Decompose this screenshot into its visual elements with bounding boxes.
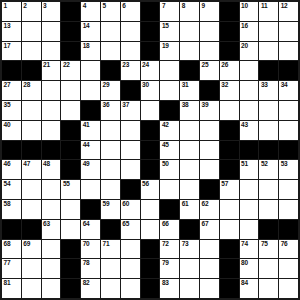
clue-number: 25 [201,61,208,69]
white-square[interactable]: 20 [240,42,259,61]
white-square[interactable] [259,279,278,298]
clue-number: 46 [4,160,11,168]
white-square[interactable]: 42 [160,121,179,140]
white-square[interactable] [121,121,140,140]
white-square[interactable] [220,220,239,239]
white-square[interactable] [200,279,219,298]
white-square[interactable] [121,141,140,160]
white-square[interactable]: 23 [121,61,140,80]
white-square[interactable]: 75 [259,240,278,259]
white-square[interactable] [259,259,278,278]
clue-number: 20 [241,42,248,50]
black-square [220,42,239,61]
white-square[interactable] [220,200,239,219]
clue-number: 23 [122,61,129,69]
white-square[interactable]: 8 [180,2,199,21]
black-square [141,259,160,278]
black-square [22,141,41,160]
clue-number: 3 [43,2,46,10]
white-square[interactable]: 55 [61,180,80,199]
white-square[interactable] [42,22,61,41]
clue-number: 60 [122,200,129,208]
white-square[interactable]: 3 [42,2,61,21]
clue-number: 71 [102,240,109,248]
white-square[interactable] [121,160,140,179]
black-square [200,81,219,100]
white-square[interactable]: 44 [81,141,100,160]
white-square[interactable] [180,42,199,61]
black-square [81,101,100,120]
clue-number: 50 [162,160,169,168]
white-square[interactable] [200,22,219,41]
clue-number: 51 [241,160,248,168]
white-square[interactable]: 28 [22,81,41,100]
white-square[interactable] [121,259,140,278]
clue-number: 31 [182,81,189,89]
clue-number: 8 [182,2,185,10]
crossword-board: 1234567891011121314151617181920212223242… [0,0,300,300]
white-square[interactable]: 4 [81,2,100,21]
white-square[interactable]: 81 [2,279,21,298]
clue-number: 74 [241,240,248,248]
black-square [220,279,239,298]
white-square[interactable] [180,141,199,160]
black-square [61,141,80,160]
white-square[interactable] [22,22,41,41]
white-square[interactable] [259,200,278,219]
black-square [180,61,199,80]
white-square[interactable]: 76 [279,240,298,259]
white-square[interactable] [121,42,140,61]
black-square [2,141,21,160]
black-square [279,141,298,160]
white-square[interactable]: 74 [240,240,259,259]
clue-number: 7 [162,2,165,10]
black-square [22,61,41,80]
white-square[interactable]: 73 [180,240,199,259]
white-square[interactable] [22,121,41,140]
white-square[interactable] [279,180,298,199]
white-square[interactable]: 18 [81,42,100,61]
white-square[interactable] [42,180,61,199]
clue-number: 70 [83,240,90,248]
clue-number: 59 [102,200,109,208]
white-square[interactable]: 24 [141,61,160,80]
white-square[interactable] [160,61,179,80]
black-square [101,220,120,239]
clue-number: 44 [83,141,90,149]
black-square [220,22,239,41]
white-square[interactable]: 25 [200,61,219,80]
white-square[interactable]: 67 [200,220,219,239]
white-square[interactable] [259,180,278,199]
white-square[interactable] [42,101,61,120]
black-square [61,121,80,140]
white-square[interactable] [121,279,140,298]
clue-number: 80 [241,259,248,267]
white-square[interactable]: 41 [81,121,100,140]
clue-number: 10 [241,2,248,10]
white-square[interactable]: 56 [141,180,160,199]
clue-number: 56 [142,180,149,188]
black-square [61,160,80,179]
black-square [160,200,179,219]
white-square[interactable]: 22 [61,61,80,80]
clue-number: 6 [122,2,125,10]
white-square[interactable]: 43 [240,121,259,140]
white-square[interactable]: 59 [101,200,120,219]
white-square[interactable]: 77 [2,259,21,278]
white-square[interactable] [200,42,219,61]
black-square [141,240,160,259]
clue-number: 49 [83,160,90,168]
clue-number: 2 [23,2,26,10]
black-square [61,42,80,61]
white-square[interactable]: 1 [2,2,21,21]
black-square [61,22,80,41]
clue-number: 17 [4,42,11,50]
white-square[interactable]: 16 [240,22,259,41]
white-square[interactable] [42,279,61,298]
black-square [101,61,120,80]
white-square[interactable]: 33 [259,81,278,100]
white-square[interactable] [22,101,41,120]
black-square [141,160,160,179]
black-square [121,180,140,199]
clue-number: 26 [221,61,228,69]
black-square [259,61,278,80]
black-square [81,200,100,219]
white-square[interactable]: 26 [220,61,239,80]
white-square[interactable] [22,259,41,278]
white-square[interactable] [200,141,219,160]
white-square[interactable] [180,180,199,199]
white-square[interactable]: 2 [22,2,41,21]
white-square[interactable] [42,81,61,100]
white-square[interactable] [200,259,219,278]
white-square[interactable]: 58 [2,200,21,219]
clue-number: 75 [261,240,268,248]
white-square[interactable]: 84 [240,279,259,298]
clue-number: 47 [23,160,30,168]
white-square[interactable] [279,200,298,219]
white-square[interactable] [240,61,259,80]
clue-number: 14 [83,22,90,30]
white-square[interactable] [22,279,41,298]
clue-number: 27 [4,81,11,89]
clue-number: 35 [4,101,11,109]
white-square[interactable] [42,259,61,278]
white-square[interactable]: 29 [101,81,120,100]
clue-number: 9 [201,2,204,10]
white-square[interactable]: 37 [121,101,140,120]
clue-number: 54 [4,180,11,188]
clue-number: 11 [261,2,267,10]
white-square[interactable] [160,180,179,199]
white-square[interactable] [240,81,259,100]
black-square [220,2,239,21]
white-square[interactable] [22,42,41,61]
white-square[interactable] [81,81,100,100]
black-square [141,141,160,160]
white-square[interactable] [22,180,41,199]
black-square [141,2,160,21]
white-square[interactable]: 47 [22,160,41,179]
white-square[interactable]: 14 [81,22,100,41]
clue-number: 36 [102,101,109,109]
black-square [61,240,80,259]
clue-number: 18 [83,42,90,50]
white-square[interactable] [61,101,80,120]
clue-number: 5 [102,2,105,10]
white-square[interactable] [180,22,199,41]
white-square[interactable] [101,22,120,41]
white-square[interactable] [101,259,120,278]
black-square [2,220,21,239]
clue-number: 38 [182,101,189,109]
black-square [61,259,80,278]
clue-number: 21 [43,61,50,69]
clue-number: 41 [83,121,90,129]
white-square[interactable] [240,180,259,199]
black-square [2,61,21,80]
white-square[interactable]: 51 [240,160,259,179]
white-square[interactable]: 48 [42,160,61,179]
clue-number: 62 [201,200,208,208]
clue-number: 15 [162,22,169,30]
white-square[interactable]: 10 [240,2,259,21]
white-square[interactable] [101,141,120,160]
white-square[interactable]: 31 [180,81,199,100]
white-square[interactable] [180,259,199,278]
black-square [61,2,80,21]
white-square[interactable] [279,42,298,61]
white-square[interactable] [141,220,160,239]
black-square [42,141,61,160]
clue-number: 57 [221,180,228,188]
white-square[interactable] [279,259,298,278]
white-square[interactable]: 34 [279,81,298,100]
black-square [259,220,278,239]
white-square[interactable]: 82 [81,279,100,298]
black-square [141,22,160,41]
white-square[interactable]: 70 [81,240,100,259]
clue-number: 83 [162,279,169,287]
clue-number: 48 [43,160,50,168]
clue-number: 33 [261,81,268,89]
white-square[interactable]: 52 [259,160,278,179]
clue-number: 78 [83,259,90,267]
white-square[interactable] [101,160,120,179]
white-square[interactable]: 53 [279,160,298,179]
white-square[interactable]: 72 [160,240,179,259]
white-square[interactable] [101,42,120,61]
white-square[interactable]: 71 [101,240,120,259]
white-square[interactable]: 49 [81,160,100,179]
clue-number: 16 [241,22,248,30]
white-square[interactable] [240,101,259,120]
white-square[interactable]: 54 [2,180,21,199]
clue-number: 53 [281,160,288,168]
clue-number: 81 [4,279,11,287]
white-square[interactable]: 45 [160,141,179,160]
white-square[interactable]: 32 [220,81,239,100]
white-square[interactable]: 66 [160,220,179,239]
white-square[interactable]: 61 [180,200,199,219]
clue-number: 55 [63,180,70,188]
white-square[interactable]: 69 [22,240,41,259]
white-square[interactable]: 60 [121,200,140,219]
white-square[interactable]: 7 [160,2,179,21]
white-square[interactable] [240,220,259,239]
clue-number: 72 [162,240,169,248]
white-square[interactable]: 62 [200,200,219,219]
white-square[interactable]: 39 [200,101,219,120]
white-square[interactable]: 12 [279,2,298,21]
clue-number: 12 [281,2,288,10]
clue-number: 76 [281,240,288,248]
white-square[interactable] [259,22,278,41]
clue-number: 84 [241,279,248,287]
white-square[interactable] [42,200,61,219]
white-square[interactable]: 68 [2,240,21,259]
black-square [220,121,239,140]
white-square[interactable] [200,121,219,140]
white-square[interactable] [101,121,120,140]
white-square[interactable] [121,22,140,41]
white-square[interactable] [259,101,278,120]
black-square [220,259,239,278]
clue-number: 67 [201,220,208,228]
white-square[interactable] [141,200,160,219]
clue-number: 13 [4,22,11,30]
white-square[interactable] [180,121,199,140]
white-square[interactable]: 83 [160,279,179,298]
black-square [180,220,199,239]
clue-number: 37 [122,101,129,109]
black-square [279,61,298,80]
white-square[interactable]: 5 [101,2,120,21]
white-square[interactable]: 35 [2,101,21,120]
white-square[interactable] [180,279,199,298]
white-square[interactable]: 63 [42,220,61,239]
white-square[interactable]: 11 [259,2,278,21]
clue-number: 29 [102,81,109,89]
clue-number: 30 [142,81,149,89]
black-square [160,101,179,120]
clue-number: 77 [4,259,11,267]
white-square[interactable]: 46 [2,160,21,179]
clue-number: 58 [4,200,11,208]
white-square[interactable]: 9 [200,2,219,21]
white-square[interactable] [81,180,100,199]
black-square [61,279,80,298]
black-square [220,240,239,259]
black-square [240,141,259,160]
clue-number: 79 [162,259,169,267]
clue-number: 82 [83,279,90,287]
white-square[interactable]: 30 [141,81,160,100]
white-square[interactable]: 21 [42,61,61,80]
white-square[interactable] [279,22,298,41]
clue-number: 52 [261,160,268,168]
white-square[interactable] [22,200,41,219]
white-square[interactable] [279,279,298,298]
clue-number: 69 [23,240,30,248]
white-square[interactable]: 19 [160,42,179,61]
white-square[interactable]: 65 [121,220,140,239]
white-square[interactable] [240,200,259,219]
black-square [141,121,160,140]
clue-number: 42 [162,121,169,129]
white-square[interactable]: 13 [2,22,21,41]
black-square [220,160,239,179]
clue-number: 73 [182,240,189,248]
clue-number: 65 [122,220,129,228]
clue-number: 24 [142,61,149,69]
white-square[interactable] [42,240,61,259]
white-square[interactable] [121,240,140,259]
black-square [141,279,160,298]
white-square[interactable]: 17 [2,42,21,61]
black-square [259,141,278,160]
clue-number: 1 [4,2,7,10]
clue-number: 19 [162,42,169,50]
white-square[interactable] [42,42,61,61]
white-square[interactable] [180,160,199,179]
white-square[interactable]: 57 [220,180,239,199]
white-square[interactable]: 36 [101,101,120,120]
clue-number: 61 [182,200,189,208]
clue-number: 68 [4,240,11,248]
white-square[interactable]: 79 [160,259,179,278]
clue-number: 43 [241,121,248,129]
clue-number: 34 [281,81,288,89]
white-square[interactable] [61,81,80,100]
white-square[interactable] [220,101,239,120]
white-square[interactable]: 50 [160,160,179,179]
clue-number: 28 [23,81,30,89]
white-square[interactable] [279,121,298,140]
white-square[interactable]: 64 [81,220,100,239]
clue-number: 63 [43,220,50,228]
white-square[interactable]: 78 [81,259,100,278]
white-square[interactable] [160,81,179,100]
black-square [200,180,219,199]
white-square[interactable] [141,101,160,120]
white-square[interactable] [81,61,100,80]
white-square[interactable] [259,42,278,61]
white-square[interactable] [61,220,80,239]
white-square[interactable] [279,101,298,120]
white-square[interactable]: 38 [180,101,199,120]
clue-number: 66 [162,220,169,228]
black-square [121,81,140,100]
white-square[interactable]: 80 [240,259,259,278]
white-square[interactable] [200,160,219,179]
white-square[interactable]: 27 [2,81,21,100]
white-square[interactable] [259,121,278,140]
white-square[interactable]: 6 [121,2,140,21]
white-square[interactable] [200,240,219,259]
white-square[interactable] [101,180,120,199]
white-square[interactable] [101,279,120,298]
clue-number: 4 [83,2,86,10]
white-square[interactable] [61,200,80,219]
white-square[interactable] [42,121,61,140]
white-square[interactable]: 15 [160,22,179,41]
white-square[interactable]: 40 [2,121,21,140]
